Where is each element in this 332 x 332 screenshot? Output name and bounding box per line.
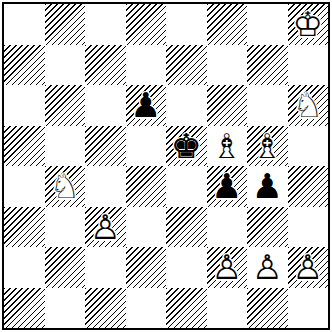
square-h8[interactable]: ♚♔ [288, 4, 329, 45]
square-c5[interactable] [85, 126, 126, 167]
square-c8[interactable] [85, 4, 126, 45]
piece-glyph: ♘ [288, 85, 329, 126]
board: ♚♔♟♟♞♘♚♚♝♗♝♗♞♘♟♟♟♟♟♙♟♙♟♙♟♙ [4, 4, 328, 328]
piece-glyph: ♟ [126, 85, 167, 126]
square-h5[interactable] [288, 126, 329, 167]
white-king-h8: ♚♔ [288, 4, 329, 45]
square-b4[interactable]: ♞♘ [45, 166, 86, 207]
white-pawn-g2: ♟♙ [247, 247, 288, 288]
square-f8[interactable] [207, 4, 248, 45]
square-h7[interactable] [288, 45, 329, 86]
square-d6[interactable]: ♟♟ [126, 85, 167, 126]
square-h6[interactable]: ♞♘ [288, 85, 329, 126]
square-a8[interactable] [4, 4, 45, 45]
square-d3[interactable] [126, 207, 167, 248]
square-c3[interactable]: ♟♙ [85, 207, 126, 248]
square-e1[interactable] [166, 288, 207, 329]
square-b5[interactable] [45, 126, 86, 167]
square-c1[interactable] [85, 288, 126, 329]
square-b7[interactable] [45, 45, 86, 86]
black-pawn-f4: ♟♟ [207, 166, 248, 207]
piece-glyph: ♔ [288, 4, 329, 45]
piece-glyph: ♗ [247, 126, 288, 167]
white-bishop-g5: ♝♗ [247, 126, 288, 167]
white-bishop-f5: ♝♗ [207, 126, 248, 167]
square-d1[interactable] [126, 288, 167, 329]
square-b6[interactable] [45, 85, 86, 126]
square-b3[interactable] [45, 207, 86, 248]
square-a1[interactable] [4, 288, 45, 329]
square-h1[interactable] [288, 288, 329, 329]
square-h4[interactable] [288, 166, 329, 207]
piece-glyph: ♗ [207, 126, 248, 167]
square-f3[interactable] [207, 207, 248, 248]
piece-glyph: ♙ [247, 247, 288, 288]
square-a5[interactable] [4, 126, 45, 167]
black-king-e5: ♚♚ [166, 126, 207, 167]
square-g5[interactable]: ♝♗ [247, 126, 288, 167]
chess-diagram: ♚♔♟♟♞♘♚♚♝♗♝♗♞♘♟♟♟♟♟♙♟♙♟♙♟♙ [0, 0, 332, 332]
square-e5[interactable]: ♚♚ [166, 126, 207, 167]
square-f5[interactable]: ♝♗ [207, 126, 248, 167]
square-h3[interactable] [288, 207, 329, 248]
square-b1[interactable] [45, 288, 86, 329]
square-e6[interactable] [166, 85, 207, 126]
piece-glyph: ♙ [85, 207, 126, 248]
square-f7[interactable] [207, 45, 248, 86]
board-frame: ♚♔♟♟♞♘♚♚♝♗♝♗♞♘♟♟♟♟♟♙♟♙♟♙♟♙ [2, 2, 330, 330]
black-pawn-d6: ♟♟ [126, 85, 167, 126]
square-g3[interactable] [247, 207, 288, 248]
square-e8[interactable] [166, 4, 207, 45]
square-b2[interactable] [45, 247, 86, 288]
black-pawn-g4: ♟♟ [247, 166, 288, 207]
square-f2[interactable]: ♟♙ [207, 247, 248, 288]
white-knight-h6: ♞♘ [288, 85, 329, 126]
square-a3[interactable] [4, 207, 45, 248]
piece-glyph: ♙ [207, 247, 248, 288]
square-h2[interactable]: ♟♙ [288, 247, 329, 288]
square-f1[interactable] [207, 288, 248, 329]
square-g1[interactable] [247, 288, 288, 329]
square-c4[interactable] [85, 166, 126, 207]
piece-glyph: ♘ [45, 166, 86, 207]
square-g8[interactable] [247, 4, 288, 45]
piece-glyph: ♚ [166, 126, 207, 167]
square-a6[interactable] [4, 85, 45, 126]
square-c2[interactable] [85, 247, 126, 288]
white-pawn-h2: ♟♙ [288, 247, 329, 288]
square-d2[interactable] [126, 247, 167, 288]
square-d5[interactable] [126, 126, 167, 167]
square-b8[interactable] [45, 4, 86, 45]
square-g6[interactable] [247, 85, 288, 126]
square-a4[interactable] [4, 166, 45, 207]
white-knight-b4: ♞♘ [45, 166, 86, 207]
square-d7[interactable] [126, 45, 167, 86]
square-e3[interactable] [166, 207, 207, 248]
square-d8[interactable] [126, 4, 167, 45]
square-a7[interactable] [4, 45, 45, 86]
square-e4[interactable] [166, 166, 207, 207]
square-g4[interactable]: ♟♟ [247, 166, 288, 207]
square-e7[interactable] [166, 45, 207, 86]
piece-glyph: ♟ [247, 166, 288, 207]
square-g7[interactable] [247, 45, 288, 86]
piece-glyph: ♙ [288, 247, 329, 288]
white-pawn-f2: ♟♙ [207, 247, 248, 288]
piece-glyph: ♟ [207, 166, 248, 207]
square-c6[interactable] [85, 85, 126, 126]
square-c7[interactable] [85, 45, 126, 86]
square-d4[interactable] [126, 166, 167, 207]
square-e2[interactable] [166, 247, 207, 288]
square-f6[interactable] [207, 85, 248, 126]
white-pawn-c3: ♟♙ [85, 207, 126, 248]
square-a2[interactable] [4, 247, 45, 288]
square-g2[interactable]: ♟♙ [247, 247, 288, 288]
square-f4[interactable]: ♟♟ [207, 166, 248, 207]
